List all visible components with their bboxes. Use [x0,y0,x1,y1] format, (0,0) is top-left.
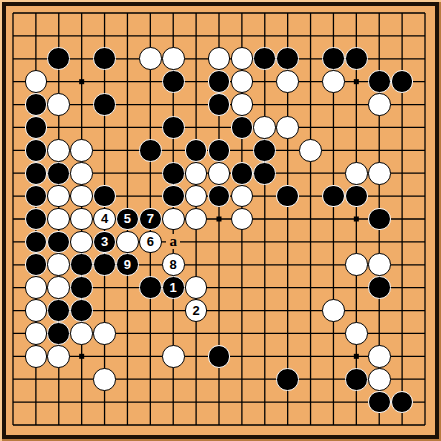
stone-black [322,185,345,208]
stone-black [208,93,231,116]
stone-black [208,345,231,368]
stone-black [368,70,391,93]
stone-white [322,70,345,93]
stone-white [368,93,391,116]
move-number: 7 [147,212,154,225]
stone-black [322,47,345,70]
stone-black [93,253,116,276]
stone-black [93,185,116,208]
stone-black [368,276,391,299]
stone-white [24,70,47,93]
stone-black [208,185,231,208]
move-number: 5 [124,212,131,225]
stone-black [391,391,414,414]
stone-black [185,139,208,162]
stone-white [47,345,70,368]
stone-white [24,276,47,299]
stone-white: 8 [162,253,185,276]
stone-black [24,230,47,253]
stone-black [230,116,253,139]
stone-black [345,368,368,391]
stone-black [24,208,47,231]
stone-black [47,162,70,185]
stone-white: 2 [185,299,208,322]
stone-white [70,185,93,208]
stone-black [345,185,368,208]
stone-white [185,162,208,185]
stone-black [368,391,391,414]
stone-black [162,116,185,139]
stone-white [230,47,253,70]
move-number: 6 [147,235,154,248]
stone-black [162,162,185,185]
stone-white [116,230,139,253]
stone-white [185,276,208,299]
stone-black [162,185,185,208]
move-number: 2 [192,304,199,317]
stone-white [345,162,368,185]
stone-white [162,345,185,368]
stone-white [322,299,345,322]
move-number: 8 [170,258,177,271]
stone-white: 6 [139,230,162,253]
stone-white [70,162,93,185]
board-grid: 45736a9812 [2,2,437,437]
go-board: 45736a9812 [0,0,441,441]
stone-white [24,299,47,322]
stone-white [368,368,391,391]
stone-white [93,322,116,345]
stone-white [24,345,47,368]
stone-black [253,162,276,185]
move-number: 4 [101,212,108,225]
stone-black [276,47,299,70]
stone-white [47,185,70,208]
move-number: 3 [101,235,108,248]
stone-white [70,139,93,162]
stone-white [47,253,70,276]
stone-black [162,70,185,93]
stone-black: 9 [116,253,139,276]
stone-black [276,185,299,208]
stone-black [70,276,93,299]
move-number: 1 [170,281,177,294]
stone-black [47,47,70,70]
stone-white [253,116,276,139]
stone-white [345,322,368,345]
stone-white [70,230,93,253]
stone-white [185,208,208,231]
stone-white [368,253,391,276]
stone-black [230,162,253,185]
stone-black [139,276,162,299]
stone-black [24,116,47,139]
stone-white [368,162,391,185]
stone-black: 3 [93,230,116,253]
stone-white [24,322,47,345]
stone-black [368,208,391,231]
stone-black [253,139,276,162]
stone-black [24,93,47,116]
stone-black [345,47,368,70]
stone-black [70,299,93,322]
stone-black [208,139,231,162]
stone-black [47,322,70,345]
stone-white [230,70,253,93]
stone-black [24,162,47,185]
stone-black: 7 [139,208,162,231]
stone-white [162,47,185,70]
stone-white [276,116,299,139]
stone-white [299,139,322,162]
stone-white [47,93,70,116]
point-label: a [162,230,185,253]
stone-white [368,345,391,368]
stone-black: 5 [116,208,139,231]
stone-white [230,185,253,208]
stone-white [230,93,253,116]
stone-black [24,185,47,208]
stone-black [253,47,276,70]
stone-white [208,162,231,185]
stone-black [24,139,47,162]
stone-black [47,230,70,253]
stone-white [345,253,368,276]
stone-black [93,93,116,116]
stone-white: 4 [93,208,116,231]
stone-white [70,208,93,231]
stone-white [47,276,70,299]
move-number: 9 [124,258,131,271]
stone-white [47,139,70,162]
stone-black [47,299,70,322]
stone-white [276,70,299,93]
stone-white [230,208,253,231]
point-label-text: a [166,234,180,249]
stone-white [208,47,231,70]
stone-black: 1 [162,276,185,299]
stone-white [185,185,208,208]
stone-white [93,368,116,391]
stone-black [24,253,47,276]
stone-white [139,47,162,70]
stone-white [47,208,70,231]
stone-white [70,322,93,345]
stone-white [162,208,185,231]
stone-black [208,70,231,93]
stone-black [70,253,93,276]
stone-black [93,47,116,70]
stone-black [276,368,299,391]
stone-black [139,139,162,162]
stone-black [391,70,414,93]
